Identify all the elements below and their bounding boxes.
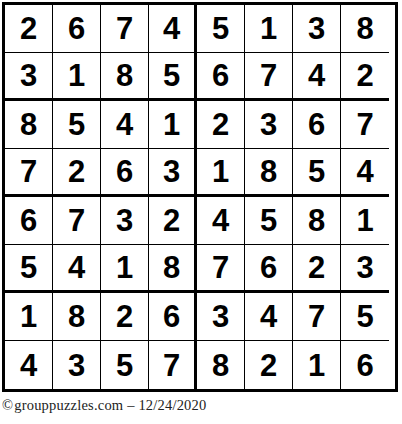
- sudoku-cell: 5: [341, 293, 389, 341]
- sudoku-cell: 3: [341, 245, 389, 293]
- sudoku-cell: 3: [53, 341, 101, 389]
- sudoku-cell: 7: [245, 53, 293, 101]
- sudoku-cell: 6: [245, 245, 293, 293]
- sudoku-cell: 7: [197, 245, 245, 293]
- sudoku-cell: 7: [293, 293, 341, 341]
- sudoku-cell: 6: [53, 5, 101, 53]
- sudoku-cell: 7: [53, 197, 101, 245]
- sudoku-cell: 4: [293, 53, 341, 101]
- sudoku-cell: 1: [341, 197, 389, 245]
- sudoku-cell: 5: [5, 245, 53, 293]
- copyright-icon: ©: [2, 397, 13, 413]
- sudoku-cell: 1: [293, 341, 341, 389]
- sudoku-cell: 7: [5, 149, 53, 197]
- sudoku-cell: 2: [293, 245, 341, 293]
- sudoku-cell: 8: [5, 101, 53, 149]
- sudoku-cell: 6: [341, 341, 389, 389]
- sudoku-cell: 2: [149, 197, 197, 245]
- sudoku-cell: 4: [245, 293, 293, 341]
- copyright-line: ©grouppuzzles.com – 12/24/2020: [2, 397, 402, 414]
- sudoku-cell: 5: [53, 101, 101, 149]
- sudoku-cell: 6: [5, 197, 53, 245]
- sudoku-cell: 1: [5, 293, 53, 341]
- sudoku-cell: 4: [101, 101, 149, 149]
- sudoku-cell: 4: [197, 197, 245, 245]
- sudoku-cell: 6: [101, 149, 149, 197]
- sudoku-cell: 1: [53, 53, 101, 101]
- sudoku-cell: 4: [149, 5, 197, 53]
- sudoku-cell: 2: [197, 101, 245, 149]
- sudoku-cell: 8: [341, 5, 389, 53]
- sudoku-cell: 7: [149, 341, 197, 389]
- sudoku-cell: 1: [149, 101, 197, 149]
- sudoku-cell: 2: [53, 149, 101, 197]
- sudoku-cell: 7: [341, 101, 389, 149]
- sudoku-cell: 3: [5, 53, 53, 101]
- sudoku-cell: 5: [245, 197, 293, 245]
- sudoku-board: 2674513831856742854123677263185467324581…: [2, 2, 398, 392]
- sudoku-cell: 2: [101, 293, 149, 341]
- sudoku-cell: 6: [293, 101, 341, 149]
- sudoku-cell: 3: [101, 197, 149, 245]
- sudoku-cell: 5: [197, 5, 245, 53]
- sudoku-cell: 2: [245, 341, 293, 389]
- sudoku-cell: 8: [101, 53, 149, 101]
- sudoku-cell: 5: [149, 53, 197, 101]
- sudoku-cell: 3: [245, 101, 293, 149]
- sudoku-cell: 5: [101, 341, 149, 389]
- sudoku-cell: 3: [293, 5, 341, 53]
- sudoku-cell: 8: [293, 197, 341, 245]
- sudoku-cell: 3: [149, 149, 197, 197]
- sudoku-cell: 4: [53, 245, 101, 293]
- sudoku-cell: 4: [5, 341, 53, 389]
- sudoku-cell: 2: [341, 53, 389, 101]
- sudoku-cell: 8: [53, 293, 101, 341]
- sudoku-cell: 7: [101, 5, 149, 53]
- sudoku-cell: 8: [149, 245, 197, 293]
- sudoku-cell: 6: [149, 293, 197, 341]
- sudoku-cell: 6: [197, 53, 245, 101]
- sudoku-cell: 8: [197, 341, 245, 389]
- sudoku-cell: 2: [5, 5, 53, 53]
- sudoku-cell: 1: [101, 245, 149, 293]
- sudoku-cell: 4: [341, 149, 389, 197]
- sudoku-cell: 1: [245, 5, 293, 53]
- sudoku-cell: 5: [293, 149, 341, 197]
- footer-text: grouppuzzles.com – 12/24/2020: [14, 397, 206, 413]
- sudoku-cell: 1: [197, 149, 245, 197]
- sudoku-cell: 8: [245, 149, 293, 197]
- sudoku-cell: 3: [197, 293, 245, 341]
